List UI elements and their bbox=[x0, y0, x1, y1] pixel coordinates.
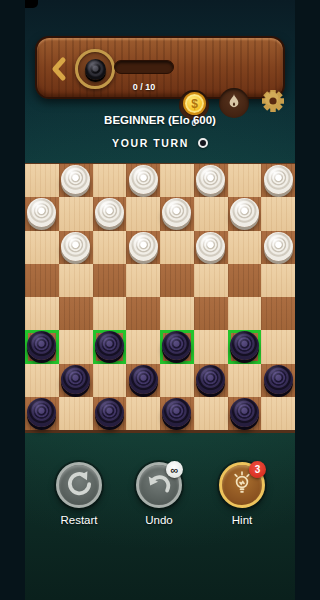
board-cell bbox=[93, 164, 127, 197]
undo-infinity-badge: ∞ bbox=[166, 461, 183, 478]
board-cell[interactable] bbox=[194, 297, 228, 330]
screen-notch bbox=[25, 0, 38, 8]
board-cell bbox=[194, 330, 228, 363]
board-cell[interactable] bbox=[126, 297, 160, 330]
hint-label: Hint bbox=[232, 514, 252, 526]
board-cell[interactable] bbox=[228, 397, 262, 430]
board-cell bbox=[59, 397, 93, 430]
board-cell[interactable] bbox=[59, 231, 93, 264]
board-cell[interactable] bbox=[25, 197, 59, 230]
white-piece[interactable] bbox=[129, 232, 158, 261]
board-cell[interactable] bbox=[228, 197, 262, 230]
board-cell bbox=[126, 397, 160, 430]
board-cell[interactable] bbox=[194, 231, 228, 264]
board-cell[interactable] bbox=[59, 364, 93, 397]
board-cell[interactable] bbox=[93, 264, 127, 297]
undo-control: ∞ Undo bbox=[128, 462, 190, 526]
restart-label: Restart bbox=[60, 514, 97, 526]
hint-count-badge: 3 bbox=[249, 461, 266, 478]
board-cell[interactable] bbox=[126, 364, 160, 397]
white-piece[interactable] bbox=[95, 198, 124, 227]
black-piece[interactable] bbox=[61, 365, 90, 394]
board-cell bbox=[160, 231, 194, 264]
white-piece[interactable] bbox=[230, 198, 259, 227]
black-checker-icon bbox=[85, 59, 106, 80]
board-cell bbox=[194, 264, 228, 297]
captured-progress-chip bbox=[75, 49, 115, 89]
board-cell[interactable] bbox=[25, 264, 59, 297]
restart-button[interactable] bbox=[56, 462, 102, 508]
white-piece[interactable] bbox=[264, 232, 293, 261]
board-cell[interactable] bbox=[160, 330, 194, 363]
board-cell[interactable] bbox=[93, 197, 127, 230]
top-bar: 0 / 10 $ 0 bbox=[35, 36, 285, 99]
white-piece[interactable] bbox=[61, 232, 90, 261]
board-cell bbox=[261, 330, 295, 363]
board-cell bbox=[59, 197, 93, 230]
board-cell[interactable] bbox=[126, 164, 160, 197]
board-cell bbox=[194, 197, 228, 230]
turn-text: YOUR TURN bbox=[112, 137, 189, 149]
board-cell bbox=[261, 397, 295, 430]
board-cell[interactable] bbox=[93, 330, 127, 363]
board-cell[interactable] bbox=[59, 164, 93, 197]
black-piece[interactable] bbox=[162, 331, 191, 360]
board-cell bbox=[25, 364, 59, 397]
turn-color-dot bbox=[198, 138, 208, 148]
board-cell bbox=[126, 197, 160, 230]
black-piece[interactable] bbox=[95, 398, 124, 427]
board-cell bbox=[126, 264, 160, 297]
board-cell[interactable] bbox=[261, 164, 295, 197]
board-cell bbox=[228, 364, 262, 397]
back-chevron-icon bbox=[49, 69, 69, 86]
black-piece[interactable] bbox=[27, 398, 56, 427]
board-cell[interactable] bbox=[261, 297, 295, 330]
back-button[interactable] bbox=[49, 55, 69, 83]
black-piece[interactable] bbox=[264, 365, 293, 394]
white-piece[interactable] bbox=[196, 232, 225, 261]
hint-control: 3 Hint bbox=[211, 462, 273, 526]
board-cell bbox=[160, 297, 194, 330]
board-cell bbox=[25, 297, 59, 330]
board-cell bbox=[59, 264, 93, 297]
flame-icon bbox=[227, 92, 241, 114]
black-piece[interactable] bbox=[95, 331, 124, 360]
board-cell bbox=[126, 330, 160, 363]
board-cell[interactable] bbox=[261, 364, 295, 397]
board-cell bbox=[261, 264, 295, 297]
board-cell bbox=[228, 297, 262, 330]
checkers-app: 0 / 10 $ 0 bbox=[25, 0, 295, 600]
checkers-board bbox=[25, 163, 295, 433]
black-piece[interactable] bbox=[196, 365, 225, 394]
black-piece[interactable] bbox=[162, 398, 191, 427]
hint-button[interactable]: 3 bbox=[219, 462, 265, 508]
board-cell[interactable] bbox=[25, 397, 59, 430]
black-piece[interactable] bbox=[129, 365, 158, 394]
board-cell bbox=[93, 364, 127, 397]
coin-icon: $ bbox=[183, 92, 206, 115]
board-cell bbox=[261, 197, 295, 230]
board-cell bbox=[194, 397, 228, 430]
board-cell bbox=[160, 164, 194, 197]
white-piece[interactable] bbox=[27, 198, 56, 227]
difficulty-label: BEGINNER (Elo 600) bbox=[25, 114, 295, 126]
lightbulb-icon bbox=[231, 471, 253, 499]
white-piece[interactable] bbox=[162, 198, 191, 227]
white-piece[interactable] bbox=[61, 165, 90, 194]
board-cell[interactable] bbox=[228, 264, 262, 297]
board-cell[interactable] bbox=[126, 231, 160, 264]
board-cell bbox=[25, 164, 59, 197]
coin-dollar-glyph: $ bbox=[191, 97, 198, 111]
capture-progress-bar bbox=[114, 60, 174, 74]
black-piece[interactable] bbox=[230, 398, 259, 427]
board-cell bbox=[228, 164, 262, 197]
undo-button[interactable]: ∞ bbox=[136, 462, 182, 508]
board-cell[interactable] bbox=[160, 397, 194, 430]
board-cell[interactable] bbox=[160, 197, 194, 230]
board-cell[interactable] bbox=[160, 264, 194, 297]
board-cell bbox=[59, 330, 93, 363]
white-piece[interactable] bbox=[129, 165, 158, 194]
board-cell bbox=[160, 364, 194, 397]
board-cell bbox=[228, 231, 262, 264]
board-cell bbox=[93, 231, 127, 264]
turn-indicator: YOUR TURN bbox=[25, 137, 295, 149]
board-cell[interactable] bbox=[261, 231, 295, 264]
undo-label: Undo bbox=[145, 514, 173, 526]
restart-icon bbox=[66, 470, 93, 501]
board-cell[interactable] bbox=[194, 364, 228, 397]
black-piece[interactable] bbox=[230, 331, 259, 360]
board-cell bbox=[93, 297, 127, 330]
white-piece[interactable] bbox=[196, 165, 225, 194]
restart-control: Restart bbox=[48, 462, 110, 526]
black-piece[interactable] bbox=[27, 331, 56, 360]
board-cell[interactable] bbox=[93, 397, 127, 430]
board-cell[interactable] bbox=[228, 330, 262, 363]
board-cell[interactable] bbox=[25, 330, 59, 363]
board-cell[interactable] bbox=[59, 297, 93, 330]
white-piece[interactable] bbox=[264, 165, 293, 194]
board-cell[interactable] bbox=[194, 164, 228, 197]
board-cell bbox=[25, 231, 59, 264]
capture-progress-label: 0 / 10 bbox=[114, 82, 174, 92]
